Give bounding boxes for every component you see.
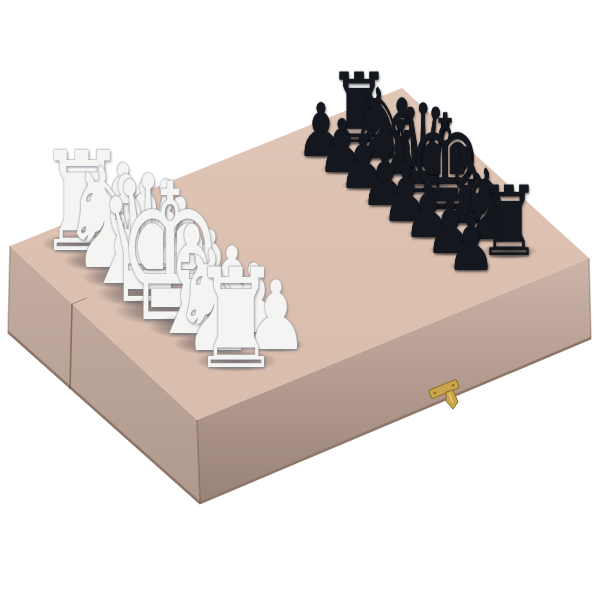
wooden-box	[0, 0, 600, 600]
chess-set-photo: ♜♟♞♟♝♟♛♟♚♟♝♟♟♞♜♟♟♜♞♟♟♝♟♛♟♚♟♝♟♞♟♜	[0, 0, 600, 600]
